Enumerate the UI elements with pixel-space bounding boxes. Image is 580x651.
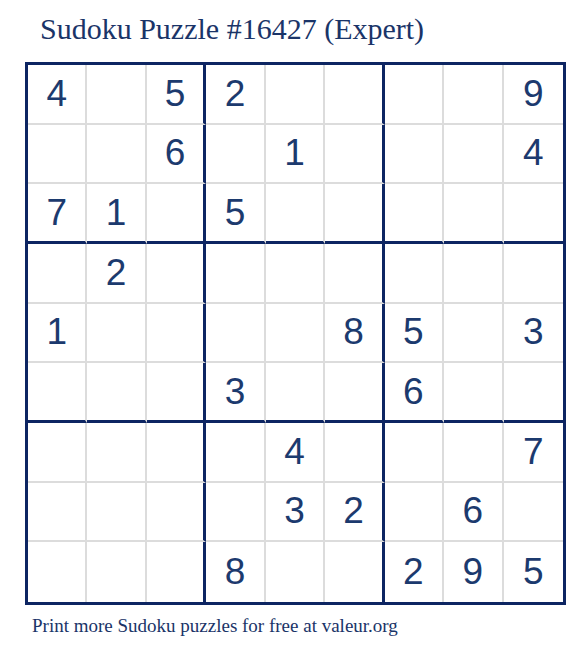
- sudoku-cell-r5c7: 5: [385, 304, 444, 364]
- sudoku-cell-r8c1: [28, 483, 87, 543]
- sudoku-cell-r1c2: [87, 65, 146, 125]
- sudoku-cell-r2c5: 1: [266, 125, 325, 185]
- sudoku-cell-r3c9: [504, 184, 563, 244]
- sudoku-cell-r7c8: [444, 423, 503, 483]
- sudoku-cell-r6c3: [147, 363, 206, 423]
- sudoku-cell-r8c8: 6: [444, 483, 503, 543]
- sudoku-cell-r8c7: [385, 483, 444, 543]
- sudoku-cell-r2c1: [28, 125, 87, 185]
- sudoku-cell-r3c5: [266, 184, 325, 244]
- sudoku-cell-r9c1: [28, 542, 87, 602]
- sudoku-cell-r4c2: 2: [87, 244, 146, 304]
- sudoku-cell-r2c2: [87, 125, 146, 185]
- sudoku-cell-r8c9: [504, 483, 563, 543]
- sudoku-cell-r5c1: 1: [28, 304, 87, 364]
- sudoku-cell-r3c4: 5: [206, 184, 265, 244]
- sudoku-cell-r5c2: [87, 304, 146, 364]
- sudoku-cell-r5c6: 8: [325, 304, 384, 364]
- sudoku-cell-r4c7: [385, 244, 444, 304]
- sudoku-cell-r9c8: 9: [444, 542, 503, 602]
- sudoku-cell-r2c7: [385, 125, 444, 185]
- sudoku-cell-r2c4: [206, 125, 265, 185]
- sudoku-cell-r6c4: 3: [206, 363, 265, 423]
- sudoku-cell-r1c6: [325, 65, 384, 125]
- sudoku-cell-r6c9: [504, 363, 563, 423]
- sudoku-cell-r7c5: 4: [266, 423, 325, 483]
- puzzle-title: Sudoku Puzzle #16427 (Expert): [40, 12, 424, 46]
- sudoku-cell-r6c5: [266, 363, 325, 423]
- sudoku-cell-r9c6: [325, 542, 384, 602]
- sudoku-cell-r2c8: [444, 125, 503, 185]
- sudoku-cell-r3c8: [444, 184, 503, 244]
- sudoku-cell-r5c5: [266, 304, 325, 364]
- sudoku-cell-r6c1: [28, 363, 87, 423]
- sudoku-cell-r4c5: [266, 244, 325, 304]
- sudoku-cell-r9c3: [147, 542, 206, 602]
- sudoku-cell-r1c7: [385, 65, 444, 125]
- sudoku-cell-r2c3: 6: [147, 125, 206, 185]
- sudoku-cell-r6c8: [444, 363, 503, 423]
- sudoku-cell-r6c2: [87, 363, 146, 423]
- sudoku-board: 45296147152185336473268295: [25, 62, 566, 605]
- sudoku-cell-r7c1: [28, 423, 87, 483]
- sudoku-cell-r4c6: [325, 244, 384, 304]
- sudoku-cell-r2c9: 4: [504, 125, 563, 185]
- sudoku-cell-r8c3: [147, 483, 206, 543]
- sudoku-cell-r8c4: [206, 483, 265, 543]
- sudoku-cell-r4c4: [206, 244, 265, 304]
- sudoku-cell-r9c2: [87, 542, 146, 602]
- sudoku-cell-r7c7: [385, 423, 444, 483]
- sudoku-cell-r6c6: [325, 363, 384, 423]
- sudoku-cell-r4c1: [28, 244, 87, 304]
- sudoku-cell-r7c2: [87, 423, 146, 483]
- sudoku-cell-r8c2: [87, 483, 146, 543]
- sudoku-cell-r6c7: 6: [385, 363, 444, 423]
- sudoku-cell-r5c4: [206, 304, 265, 364]
- sudoku-cell-r9c5: [266, 542, 325, 602]
- sudoku-cell-r5c3: [147, 304, 206, 364]
- sudoku-cell-r3c6: [325, 184, 384, 244]
- sudoku-cell-r9c7: 2: [385, 542, 444, 602]
- sudoku-cell-r5c9: 3: [504, 304, 563, 364]
- sudoku-cell-r1c8: [444, 65, 503, 125]
- sudoku-cell-r1c9: 9: [504, 65, 563, 125]
- sudoku-cell-r1c4: 2: [206, 65, 265, 125]
- sudoku-cell-r1c3: 5: [147, 65, 206, 125]
- sudoku-cell-r3c2: 1: [87, 184, 146, 244]
- sudoku-cell-r3c7: [385, 184, 444, 244]
- sudoku-cell-r2c6: [325, 125, 384, 185]
- sudoku-cell-r7c4: [206, 423, 265, 483]
- sudoku-cell-r7c6: [325, 423, 384, 483]
- sudoku-cell-r7c3: [147, 423, 206, 483]
- sudoku-cell-r1c1: 4: [28, 65, 87, 125]
- sudoku-cell-r8c5: 3: [266, 483, 325, 543]
- sudoku-cell-r8c6: 2: [325, 483, 384, 543]
- sudoku-cell-r4c3: [147, 244, 206, 304]
- sudoku-cell-r4c9: [504, 244, 563, 304]
- sudoku-cell-r4c8: [444, 244, 503, 304]
- sudoku-cell-r7c9: 7: [504, 423, 563, 483]
- sudoku-cell-r3c1: 7: [28, 184, 87, 244]
- footer-note: Print more Sudoku puzzles for free at va…: [32, 615, 398, 637]
- sudoku-cell-r3c3: [147, 184, 206, 244]
- sudoku-cell-r5c8: [444, 304, 503, 364]
- sudoku-cell-r9c9: 5: [504, 542, 563, 602]
- sudoku-cell-r9c4: 8: [206, 542, 265, 602]
- sudoku-cell-r1c5: [266, 65, 325, 125]
